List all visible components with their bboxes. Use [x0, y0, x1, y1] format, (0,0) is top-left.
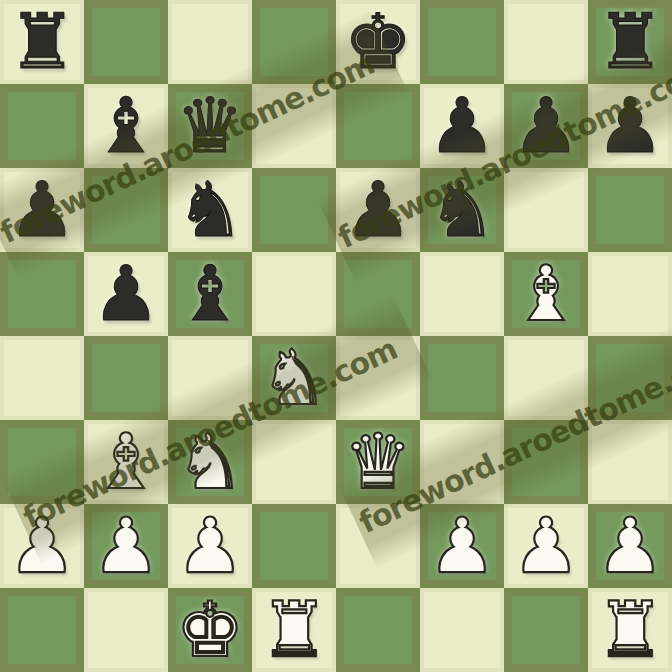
- square-d6[interactable]: [252, 168, 336, 252]
- square-e6[interactable]: ♟: [336, 168, 420, 252]
- square-a8[interactable]: ♜: [0, 0, 84, 84]
- square-a4[interactable]: [0, 336, 84, 420]
- square-d8[interactable]: [252, 0, 336, 84]
- square-c3[interactable]: ♞: [168, 420, 252, 504]
- chess-board: ♜♚♜♝♛♟♟♟♟♞♟♞♟♝♝♞♝♞♛♟♟♟♟♟♟♚♜♜: [0, 0, 672, 672]
- white-pawn[interactable]: ♟: [596, 504, 664, 588]
- square-g3[interactable]: [504, 420, 588, 504]
- square-c4[interactable]: [168, 336, 252, 420]
- square-a3[interactable]: [0, 420, 84, 504]
- square-e4[interactable]: [336, 336, 420, 420]
- square-f8[interactable]: [420, 0, 504, 84]
- black-rook[interactable]: ♜: [8, 0, 76, 84]
- white-bishop[interactable]: ♝: [512, 252, 580, 336]
- square-c1[interactable]: ♚: [168, 588, 252, 672]
- square-c2[interactable]: ♟: [168, 504, 252, 588]
- white-knight[interactable]: ♞: [176, 420, 244, 504]
- white-pawn[interactable]: ♟: [428, 504, 496, 588]
- square-b4[interactable]: [84, 336, 168, 420]
- white-rook[interactable]: ♜: [260, 588, 328, 672]
- square-h5[interactable]: [588, 252, 672, 336]
- square-g5[interactable]: ♝: [504, 252, 588, 336]
- square-f5[interactable]: [420, 252, 504, 336]
- chess-board-wrapper: ♜♚♜♝♛♟♟♟♟♞♟♞♟♝♝♞♝♞♛♟♟♟♟♟♟♚♜♜ foreword.ar…: [0, 0, 672, 672]
- square-e1[interactable]: [336, 588, 420, 672]
- square-f6[interactable]: ♞: [420, 168, 504, 252]
- square-g1[interactable]: [504, 588, 588, 672]
- square-h3[interactable]: [588, 420, 672, 504]
- square-c8[interactable]: [168, 0, 252, 84]
- square-d7[interactable]: [252, 84, 336, 168]
- square-f1[interactable]: [420, 588, 504, 672]
- square-h7[interactable]: ♟: [588, 84, 672, 168]
- square-b7[interactable]: ♝: [84, 84, 168, 168]
- black-king[interactable]: ♚: [344, 0, 412, 84]
- black-bishop[interactable]: ♝: [176, 252, 244, 336]
- square-g7[interactable]: ♟: [504, 84, 588, 168]
- black-knight[interactable]: ♞: [428, 168, 496, 252]
- square-d3[interactable]: [252, 420, 336, 504]
- square-h6[interactable]: [588, 168, 672, 252]
- square-e8[interactable]: ♚: [336, 0, 420, 84]
- square-d4[interactable]: ♞: [252, 336, 336, 420]
- square-c7[interactable]: ♛: [168, 84, 252, 168]
- black-bishop[interactable]: ♝: [92, 84, 160, 168]
- square-e2[interactable]: [336, 504, 420, 588]
- square-b3[interactable]: ♝: [84, 420, 168, 504]
- square-f4[interactable]: [420, 336, 504, 420]
- white-pawn[interactable]: ♟: [176, 504, 244, 588]
- square-g2[interactable]: ♟: [504, 504, 588, 588]
- black-pawn[interactable]: ♟: [92, 252, 160, 336]
- square-h4[interactable]: [588, 336, 672, 420]
- square-a7[interactable]: [0, 84, 84, 168]
- square-e5[interactable]: [336, 252, 420, 336]
- black-pawn[interactable]: ♟: [8, 168, 76, 252]
- square-a5[interactable]: [0, 252, 84, 336]
- white-pawn[interactable]: ♟: [512, 504, 580, 588]
- white-pawn[interactable]: ♟: [8, 504, 76, 588]
- square-d1[interactable]: ♜: [252, 588, 336, 672]
- square-c6[interactable]: ♞: [168, 168, 252, 252]
- white-bishop[interactable]: ♝: [92, 420, 160, 504]
- square-h8[interactable]: ♜: [588, 0, 672, 84]
- square-h2[interactable]: ♟: [588, 504, 672, 588]
- square-e7[interactable]: [336, 84, 420, 168]
- black-pawn[interactable]: ♟: [428, 84, 496, 168]
- black-knight[interactable]: ♞: [176, 168, 244, 252]
- black-pawn[interactable]: ♟: [344, 168, 412, 252]
- square-d5[interactable]: [252, 252, 336, 336]
- square-b8[interactable]: [84, 0, 168, 84]
- black-pawn[interactable]: ♟: [512, 84, 580, 168]
- square-a6[interactable]: ♟: [0, 168, 84, 252]
- square-d2[interactable]: [252, 504, 336, 588]
- black-queen[interactable]: ♛: [176, 84, 244, 168]
- square-g6[interactable]: [504, 168, 588, 252]
- white-king[interactable]: ♚: [176, 588, 244, 672]
- square-a1[interactable]: [0, 588, 84, 672]
- white-pawn[interactable]: ♟: [92, 504, 160, 588]
- square-f3[interactable]: [420, 420, 504, 504]
- square-b1[interactable]: [84, 588, 168, 672]
- square-c5[interactable]: ♝: [168, 252, 252, 336]
- square-g4[interactable]: [504, 336, 588, 420]
- square-a2[interactable]: ♟: [0, 504, 84, 588]
- square-f7[interactable]: ♟: [420, 84, 504, 168]
- square-b6[interactable]: [84, 168, 168, 252]
- white-rook[interactable]: ♜: [596, 588, 664, 672]
- black-pawn[interactable]: ♟: [596, 84, 664, 168]
- square-b5[interactable]: ♟: [84, 252, 168, 336]
- black-rook[interactable]: ♜: [596, 0, 664, 84]
- square-f2[interactable]: ♟: [420, 504, 504, 588]
- square-b2[interactable]: ♟: [84, 504, 168, 588]
- square-e3[interactable]: ♛: [336, 420, 420, 504]
- square-h1[interactable]: ♜: [588, 588, 672, 672]
- square-g8[interactable]: [504, 0, 588, 84]
- white-queen[interactable]: ♛: [344, 420, 412, 504]
- white-knight[interactable]: ♞: [260, 336, 328, 420]
